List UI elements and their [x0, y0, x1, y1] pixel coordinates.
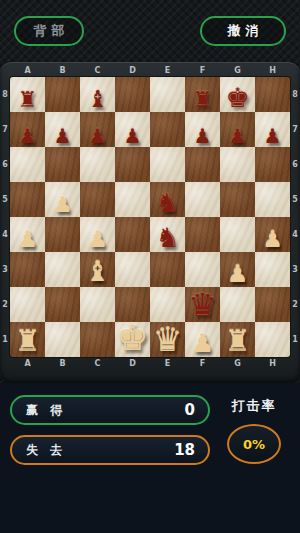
- square-h7[interactable]: ♟: [255, 112, 290, 147]
- black-king[interactable]: ♚: [225, 84, 249, 111]
- stats-panel: 赢 得 0 失 去 18 打击率 0%: [0, 383, 300, 533]
- square-b5[interactable]: ♟: [45, 182, 80, 217]
- square-c1[interactable]: [80, 322, 115, 357]
- rank-label-8: 8: [0, 77, 10, 112]
- square-b6[interactable]: [45, 147, 80, 182]
- black-queen[interactable]: ♛: [188, 289, 217, 321]
- square-c8[interactable]: ♝: [80, 77, 115, 112]
- black-rook[interactable]: ♜: [18, 89, 38, 111]
- rank-label-1: 1: [0, 322, 10, 357]
- rank-label-5: 5: [290, 182, 300, 217]
- black-pawn[interactable]: ♟: [229, 126, 247, 146]
- square-d7[interactable]: ♟: [115, 112, 150, 147]
- lost-stat-pill: 失 去 18: [10, 435, 210, 465]
- black-rook[interactable]: ♜: [193, 89, 213, 111]
- rank-label-4: 4: [290, 217, 300, 252]
- white-pawn[interactable]: ♟: [191, 330, 214, 356]
- square-f1[interactable]: ♟: [185, 322, 220, 357]
- square-b4[interactable]: [45, 217, 80, 252]
- square-e3[interactable]: [150, 252, 185, 287]
- white-pawn[interactable]: ♟: [227, 262, 249, 286]
- rank-label-7: 7: [290, 112, 300, 147]
- square-f2[interactable]: ♛: [185, 287, 220, 322]
- hit-rate-badge: 0%: [227, 424, 281, 464]
- rank-label-6: 6: [0, 147, 10, 182]
- square-d5[interactable]: [115, 182, 150, 217]
- square-c7[interactable]: ♟: [80, 112, 115, 147]
- rank-label-8: 8: [290, 77, 300, 112]
- black-bishop[interactable]: ♝: [87, 88, 108, 111]
- black-pawn[interactable]: ♟: [89, 126, 107, 146]
- file-label-a: A: [10, 357, 45, 370]
- square-f7[interactable]: ♟: [185, 112, 220, 147]
- white-rook[interactable]: ♜: [225, 327, 251, 356]
- rank-labels-left: 87654321: [0, 77, 10, 357]
- white-king[interactable]: ♚: [116, 320, 148, 356]
- file-label-a: A: [10, 64, 45, 77]
- square-e4[interactable]: ♞: [150, 217, 185, 252]
- square-e5[interactable]: ♞: [150, 182, 185, 217]
- square-c3[interactable]: ♝: [80, 252, 115, 287]
- square-f6[interactable]: [185, 147, 220, 182]
- won-label: 赢 得: [26, 402, 66, 419]
- white-rook[interactable]: ♜: [15, 327, 41, 356]
- square-g1[interactable]: ♜: [220, 322, 255, 357]
- square-h3[interactable]: [255, 252, 290, 287]
- square-e6[interactable]: [150, 147, 185, 182]
- chess-board-frame: ABCDEFGH 87654321 ♜♝♜♚♟♟♟♟♟♟♟♟♞♟♟♞♟♝♟♛♜♚…: [0, 62, 300, 383]
- white-bishop[interactable]: ♝: [85, 258, 110, 286]
- file-label-b: B: [45, 64, 80, 77]
- square-f5[interactable]: [185, 182, 220, 217]
- square-a5[interactable]: [10, 182, 45, 217]
- square-h6[interactable]: [255, 147, 290, 182]
- rank-label-7: 7: [0, 112, 10, 147]
- file-label-f: F: [185, 64, 220, 77]
- back-button-label: 背部: [34, 22, 70, 40]
- black-pawn[interactable]: ♟: [54, 126, 72, 146]
- won-stat-pill: 赢 得 0: [10, 395, 210, 425]
- square-e1[interactable]: ♛: [150, 322, 185, 357]
- square-f4[interactable]: [185, 217, 220, 252]
- white-pawn[interactable]: ♟: [17, 228, 38, 251]
- file-label-c: C: [80, 357, 115, 370]
- square-a2[interactable]: [10, 287, 45, 322]
- square-c2[interactable]: [80, 287, 115, 322]
- white-pawn[interactable]: ♟: [87, 228, 108, 251]
- undo-button-label: 撤消: [228, 22, 264, 40]
- square-d8[interactable]: [115, 77, 150, 112]
- square-e7[interactable]: [150, 112, 185, 147]
- file-label-e: E: [150, 64, 185, 77]
- square-g4[interactable]: [220, 217, 255, 252]
- black-pawn[interactable]: ♟: [124, 126, 142, 146]
- square-a6[interactable]: [10, 147, 45, 182]
- square-f8[interactable]: ♜: [185, 77, 220, 112]
- black-pawn[interactable]: ♟: [19, 126, 37, 146]
- square-g6[interactable]: [220, 147, 255, 182]
- square-e2[interactable]: [150, 287, 185, 322]
- rank-label-6: 6: [290, 147, 300, 182]
- square-a7[interactable]: ♟: [10, 112, 45, 147]
- square-c6[interactable]: [80, 147, 115, 182]
- black-pawn[interactable]: ♟: [194, 126, 212, 146]
- black-pawn[interactable]: ♟: [264, 126, 282, 146]
- file-label-h: H: [255, 64, 290, 77]
- square-b1[interactable]: [45, 322, 80, 357]
- rank-labels-right: 87654321: [290, 77, 300, 357]
- square-h8[interactable]: [255, 77, 290, 112]
- rank-label-2: 2: [290, 287, 300, 322]
- hit-rate-label: 打击率: [232, 397, 277, 415]
- chess-app: 背部 撤消 ABCDEFGH 87654321 ♜♝♜♚♟♟♟♟♟♟♟♟♞♟♟♞…: [0, 0, 300, 533]
- board-grid: ♜♝♜♚♟♟♟♟♟♟♟♟♞♟♟♞♟♝♟♛♜♚♛♟♜: [10, 77, 290, 357]
- file-label-d: D: [115, 64, 150, 77]
- won-value: 0: [185, 401, 195, 419]
- rank-label-5: 5: [0, 182, 10, 217]
- rank-label-4: 4: [0, 217, 10, 252]
- square-h4[interactable]: ♟: [255, 217, 290, 252]
- square-g3[interactable]: ♟: [220, 252, 255, 287]
- square-a8[interactable]: ♜: [10, 77, 45, 112]
- hit-rate-value: 0%: [243, 437, 265, 452]
- square-g7[interactable]: ♟: [220, 112, 255, 147]
- white-pawn[interactable]: ♟: [262, 228, 283, 251]
- square-g2[interactable]: [220, 287, 255, 322]
- square-d6[interactable]: [115, 147, 150, 182]
- lost-label: 失 去: [26, 442, 66, 459]
- black-knight[interactable]: ♞: [155, 224, 179, 251]
- square-c5[interactable]: [80, 182, 115, 217]
- file-label-g: G: [220, 64, 255, 77]
- square-c4[interactable]: ♟: [80, 217, 115, 252]
- square-h2[interactable]: [255, 287, 290, 322]
- file-labels-bottom: ABCDEFGH: [10, 357, 290, 370]
- rank-label-1: 1: [290, 322, 300, 357]
- file-label-e: E: [150, 357, 185, 370]
- square-b2[interactable]: [45, 287, 80, 322]
- square-h1[interactable]: [255, 322, 290, 357]
- file-label-h: H: [255, 357, 290, 370]
- white-queen[interactable]: ♛: [153, 323, 183, 356]
- lost-value: 18: [174, 441, 195, 459]
- square-a1[interactable]: ♜: [10, 322, 45, 357]
- rank-label-3: 3: [290, 252, 300, 287]
- rank-label-2: 2: [0, 287, 10, 322]
- file-label-d: D: [115, 357, 150, 370]
- file-label-g: G: [220, 357, 255, 370]
- black-knight[interactable]: ♞: [156, 190, 179, 216]
- square-g5[interactable]: [220, 182, 255, 217]
- undo-button[interactable]: 撤消: [200, 16, 286, 46]
- square-g8[interactable]: ♚: [220, 77, 255, 112]
- back-button[interactable]: 背部: [14, 16, 84, 46]
- square-a3[interactable]: [10, 252, 45, 287]
- top-toolbar: 背部 撤消: [0, 0, 300, 62]
- square-d4[interactable]: [115, 217, 150, 252]
- square-b7[interactable]: ♟: [45, 112, 80, 147]
- file-label-c: C: [80, 64, 115, 77]
- file-label-f: F: [185, 357, 220, 370]
- square-e8[interactable]: [150, 77, 185, 112]
- square-b8[interactable]: [45, 77, 80, 112]
- square-h5[interactable]: [255, 182, 290, 217]
- square-f3[interactable]: [185, 252, 220, 287]
- file-label-b: B: [45, 357, 80, 370]
- square-b3[interactable]: [45, 252, 80, 287]
- square-d1[interactable]: ♚: [115, 322, 150, 357]
- white-pawn[interactable]: ♟: [53, 194, 73, 216]
- rank-label-3: 3: [0, 252, 10, 287]
- file-labels-top: ABCDEFGH: [10, 64, 290, 77]
- square-d3[interactable]: [115, 252, 150, 287]
- square-a4[interactable]: ♟: [10, 217, 45, 252]
